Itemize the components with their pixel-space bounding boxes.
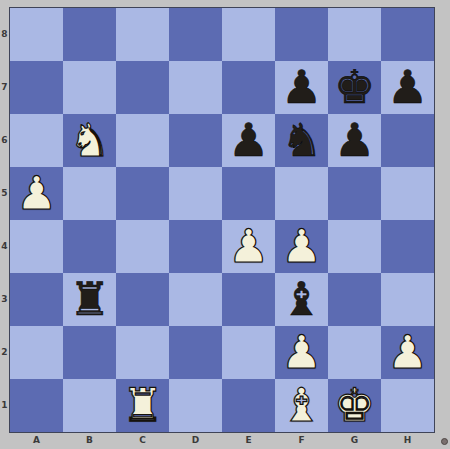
square-h3[interactable] <box>381 273 434 326</box>
white-pawn-piece[interactable]: ♟ <box>275 326 328 379</box>
rank-label-2: 2 <box>0 325 9 378</box>
square-b8[interactable] <box>63 8 116 61</box>
black-pawn-piece[interactable]: ♟ <box>275 61 328 114</box>
square-g4[interactable] <box>328 220 381 273</box>
square-d6[interactable] <box>169 114 222 167</box>
square-g1[interactable]: ♚ <box>328 379 381 432</box>
white-rook-piece[interactable]: ♜ <box>116 379 169 432</box>
white-king-piece[interactable]: ♚ <box>328 379 381 432</box>
file-label-d: D <box>169 431 222 449</box>
chess-board: ♟♚♟♞♟♞♟♟♟♟♜♝♟♟♜♝♚ <box>9 7 435 433</box>
square-c2[interactable] <box>116 326 169 379</box>
square-d4[interactable] <box>169 220 222 273</box>
square-c8[interactable] <box>116 8 169 61</box>
square-e7[interactable] <box>222 61 275 114</box>
square-g3[interactable] <box>328 273 381 326</box>
square-c5[interactable] <box>116 167 169 220</box>
square-a4[interactable] <box>10 220 63 273</box>
black-knight-piece[interactable]: ♞ <box>275 114 328 167</box>
rank-label-7: 7 <box>0 60 9 113</box>
square-d5[interactable] <box>169 167 222 220</box>
square-h2[interactable]: ♟ <box>381 326 434 379</box>
white-knight-piece[interactable]: ♞ <box>63 114 116 167</box>
square-b3[interactable]: ♜ <box>63 273 116 326</box>
file-label-f: F <box>275 431 328 449</box>
white-pawn-piece[interactable]: ♟ <box>381 326 434 379</box>
square-h4[interactable] <box>381 220 434 273</box>
square-g8[interactable] <box>328 8 381 61</box>
file-label-a: A <box>10 431 63 449</box>
rank-label-6: 6 <box>0 113 9 166</box>
rank-label-5: 5 <box>0 166 9 219</box>
white-pawn-piece[interactable]: ♟ <box>222 220 275 273</box>
square-d2[interactable] <box>169 326 222 379</box>
square-b5[interactable] <box>63 167 116 220</box>
square-b2[interactable] <box>63 326 116 379</box>
square-f4[interactable]: ♟ <box>275 220 328 273</box>
square-c3[interactable] <box>116 273 169 326</box>
square-f5[interactable] <box>275 167 328 220</box>
square-h7[interactable]: ♟ <box>381 61 434 114</box>
square-g7[interactable]: ♚ <box>328 61 381 114</box>
square-e5[interactable] <box>222 167 275 220</box>
square-h5[interactable] <box>381 167 434 220</box>
square-b6[interactable]: ♞ <box>63 114 116 167</box>
square-b4[interactable] <box>63 220 116 273</box>
square-f8[interactable] <box>275 8 328 61</box>
corner-marker-icon <box>441 438 448 445</box>
square-e6[interactable]: ♟ <box>222 114 275 167</box>
square-a1[interactable] <box>10 379 63 432</box>
file-label-h: H <box>381 431 434 449</box>
square-c4[interactable] <box>116 220 169 273</box>
file-label-b: B <box>63 431 116 449</box>
rank-labels: 87654321 <box>0 7 9 431</box>
square-b1[interactable] <box>63 379 116 432</box>
rank-label-4: 4 <box>0 219 9 272</box>
square-d8[interactable] <box>169 8 222 61</box>
square-e4[interactable]: ♟ <box>222 220 275 273</box>
square-d3[interactable] <box>169 273 222 326</box>
square-e3[interactable] <box>222 273 275 326</box>
square-h8[interactable] <box>381 8 434 61</box>
black-pawn-piece[interactable]: ♟ <box>328 114 381 167</box>
square-h1[interactable] <box>381 379 434 432</box>
square-e2[interactable] <box>222 326 275 379</box>
square-f3[interactable]: ♝ <box>275 273 328 326</box>
white-pawn-piece[interactable]: ♟ <box>275 220 328 273</box>
black-rook-piece[interactable]: ♜ <box>63 273 116 326</box>
square-d1[interactable] <box>169 379 222 432</box>
white-bishop-piece[interactable]: ♝ <box>275 379 328 432</box>
square-c6[interactable] <box>116 114 169 167</box>
black-bishop-piece[interactable]: ♝ <box>275 273 328 326</box>
square-c1[interactable]: ♜ <box>116 379 169 432</box>
square-a2[interactable] <box>10 326 63 379</box>
square-a8[interactable] <box>10 8 63 61</box>
square-f6[interactable]: ♞ <box>275 114 328 167</box>
square-g5[interactable] <box>328 167 381 220</box>
file-label-c: C <box>116 431 169 449</box>
square-c7[interactable] <box>116 61 169 114</box>
square-f1[interactable]: ♝ <box>275 379 328 432</box>
rank-label-8: 8 <box>0 7 9 60</box>
square-a5[interactable]: ♟ <box>10 167 63 220</box>
square-f2[interactable]: ♟ <box>275 326 328 379</box>
square-g2[interactable] <box>328 326 381 379</box>
rank-label-3: 3 <box>0 272 9 325</box>
black-king-piece[interactable]: ♚ <box>328 61 381 114</box>
file-label-g: G <box>328 431 381 449</box>
square-f7[interactable]: ♟ <box>275 61 328 114</box>
square-e1[interactable] <box>222 379 275 432</box>
rank-label-1: 1 <box>0 378 9 431</box>
square-a6[interactable] <box>10 114 63 167</box>
square-a3[interactable] <box>10 273 63 326</box>
chess-app-window: ♟♚♟♞♟♞♟♟♟♟♜♝♟♟♜♝♚ 87654321 ABCDEFGH <box>0 0 450 449</box>
black-pawn-piece[interactable]: ♟ <box>381 61 434 114</box>
square-h6[interactable] <box>381 114 434 167</box>
black-pawn-piece[interactable]: ♟ <box>222 114 275 167</box>
file-labels: ABCDEFGH <box>10 431 434 449</box>
square-a7[interactable] <box>10 61 63 114</box>
white-pawn-piece[interactable]: ♟ <box>10 167 63 220</box>
file-label-e: E <box>222 431 275 449</box>
square-d7[interactable] <box>169 61 222 114</box>
square-g6[interactable]: ♟ <box>328 114 381 167</box>
square-b7[interactable] <box>63 61 116 114</box>
square-e8[interactable] <box>222 8 275 61</box>
